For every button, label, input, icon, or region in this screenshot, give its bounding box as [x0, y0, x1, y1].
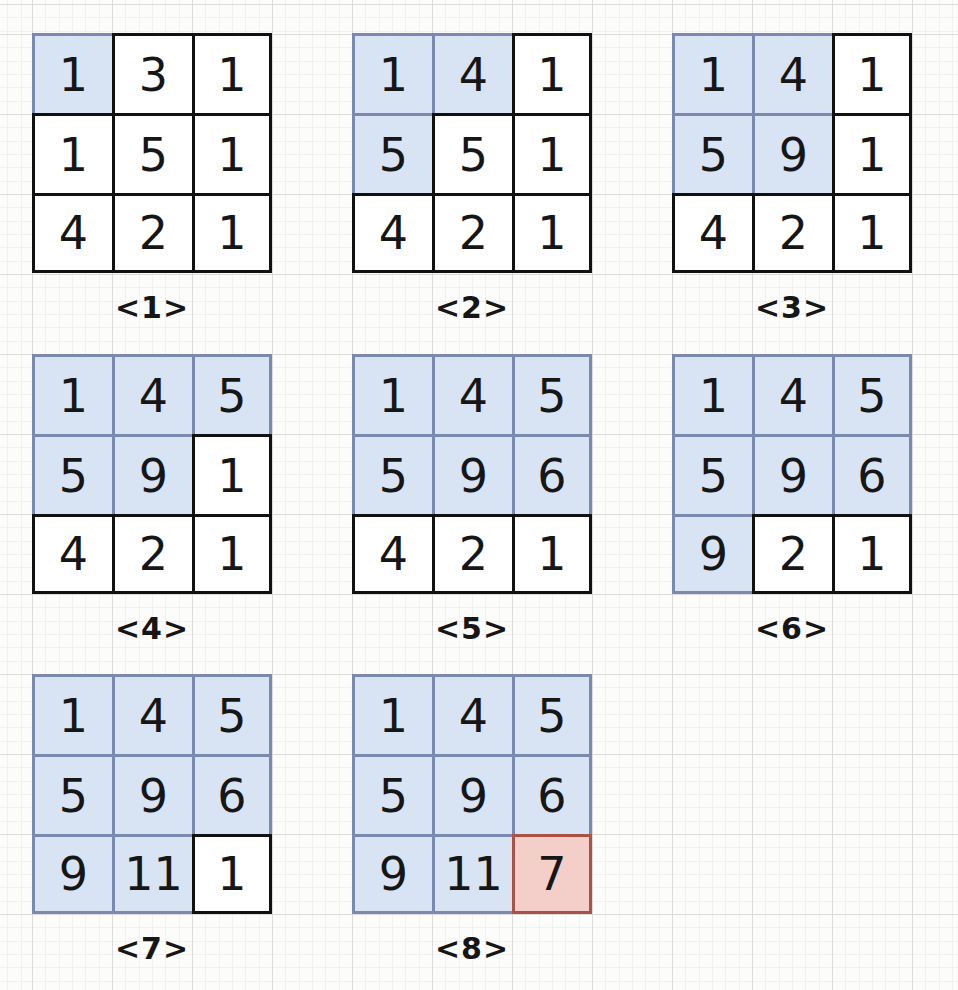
cell-r1c2: 6: [512, 434, 592, 514]
step-label-3: <3>: [672, 290, 912, 322]
cell-r1c0: 5: [672, 434, 752, 514]
cell-r0c2: 5: [832, 354, 912, 434]
cell-r0c0: 1: [352, 33, 432, 113]
cell-r0c0: 1: [32, 33, 112, 113]
cell-r2c2: 1: [832, 193, 912, 273]
dp-step-5: 145596421 <5>: [352, 354, 592, 643]
cell-r2c0: 4: [352, 514, 432, 594]
dp-step-4: 145591421 <4>: [32, 354, 272, 643]
cell-r0c2: 5: [192, 354, 272, 434]
cell-r0c0: 1: [32, 354, 112, 434]
dp-step-1: 131151421 <1>: [32, 33, 272, 322]
step-label-7: <7>: [32, 931, 272, 963]
step-label-4: <4>: [32, 611, 272, 643]
board-8: 1455969117: [352, 674, 592, 914]
cell-r2c1: 11: [112, 834, 192, 914]
dp-step-2: 141551421 <2>: [352, 33, 592, 322]
cell-r1c1: 9: [752, 434, 832, 514]
board-7: 1455969111: [32, 674, 272, 914]
cell-r1c0: 5: [32, 434, 112, 514]
dp-step-6: 145596921 <6>: [672, 354, 912, 643]
dp-step-8: 1455969117 <8>: [352, 674, 592, 963]
cell-r2c1: 2: [752, 193, 832, 273]
cell-r1c1: 9: [752, 113, 832, 193]
board-2: 141551421: [352, 33, 592, 273]
cell-r0c2: 1: [192, 33, 272, 113]
cell-r2c2: 1: [192, 514, 272, 594]
board-4: 145591421: [32, 354, 272, 594]
cell-r1c1: 9: [112, 434, 192, 514]
cell-r1c2: 1: [192, 113, 272, 193]
cell-r2c2: 1: [832, 514, 912, 594]
board-5: 145596421: [352, 354, 592, 594]
cell-r2c0: 9: [32, 834, 112, 914]
cell-r0c0: 1: [352, 674, 432, 754]
step-label-6: <6>: [672, 611, 912, 643]
cell-r1c2: 6: [192, 754, 272, 834]
cell-r1c1: 9: [432, 754, 512, 834]
cell-r0c1: 4: [112, 674, 192, 754]
cell-r2c1: 2: [432, 514, 512, 594]
cell-r2c0: 4: [352, 193, 432, 273]
cell-r2c2: 1: [512, 514, 592, 594]
cell-r1c0: 5: [352, 434, 432, 514]
cell-r2c1: 2: [432, 193, 512, 273]
step-label-8: <8>: [352, 931, 592, 963]
cell-r1c0: 5: [352, 754, 432, 834]
cell-r2c2: 7: [512, 834, 592, 914]
cell-r1c1: 9: [432, 434, 512, 514]
cell-r2c2: 1: [192, 834, 272, 914]
cell-r2c0: 4: [32, 193, 112, 273]
cell-r0c2: 1: [832, 33, 912, 113]
cell-r1c0: 5: [672, 113, 752, 193]
cell-r1c0: 5: [352, 113, 432, 193]
cell-r0c2: 5: [512, 674, 592, 754]
step-label-1: <1>: [32, 290, 272, 322]
dp-walkthrough-canvas: 131151421 <1> 141551421 <2> 141591421 <3…: [0, 0, 958, 990]
dp-step-7: 1455969111 <7>: [32, 674, 272, 963]
cell-r1c2: 1: [512, 113, 592, 193]
cell-r2c0: 9: [352, 834, 432, 914]
cell-r2c0: 9: [672, 514, 752, 594]
cell-r1c1: 9: [112, 754, 192, 834]
cell-r1c0: 1: [32, 113, 112, 193]
cell-r1c2: 6: [512, 754, 592, 834]
step-label-2: <2>: [352, 290, 592, 322]
cell-r0c2: 5: [192, 674, 272, 754]
cell-r1c2: 1: [832, 113, 912, 193]
cell-r2c2: 1: [512, 193, 592, 273]
cell-r0c1: 3: [112, 33, 192, 113]
cell-r1c1: 5: [432, 113, 512, 193]
cell-r2c2: 1: [192, 193, 272, 273]
cell-r0c2: 5: [512, 354, 592, 434]
cell-r2c1: 11: [432, 834, 512, 914]
dp-step-3: 141591421 <3>: [672, 33, 912, 322]
cell-r0c0: 1: [672, 33, 752, 113]
cell-r2c0: 4: [32, 514, 112, 594]
cell-r0c2: 1: [512, 33, 592, 113]
cell-r0c0: 1: [32, 674, 112, 754]
cell-r1c2: 1: [192, 434, 272, 514]
cell-r0c1: 4: [432, 674, 512, 754]
cell-r0c0: 1: [352, 354, 432, 434]
cell-r0c1: 4: [112, 354, 192, 434]
cell-r0c0: 1: [672, 354, 752, 434]
cell-r0c1: 4: [752, 354, 832, 434]
cell-r1c1: 5: [112, 113, 192, 193]
cell-r2c1: 2: [112, 514, 192, 594]
cell-r2c0: 4: [672, 193, 752, 273]
board-3: 141591421: [672, 33, 912, 273]
cell-r0c1: 4: [432, 33, 512, 113]
cell-r1c2: 6: [832, 434, 912, 514]
cell-r2c1: 2: [752, 514, 832, 594]
cell-r0c1: 4: [752, 33, 832, 113]
board-6: 145596921: [672, 354, 912, 594]
cell-r2c1: 2: [112, 193, 192, 273]
cell-r1c0: 5: [32, 754, 112, 834]
cell-r0c1: 4: [432, 354, 512, 434]
board-1: 131151421: [32, 33, 272, 273]
step-label-5: <5>: [352, 611, 592, 643]
